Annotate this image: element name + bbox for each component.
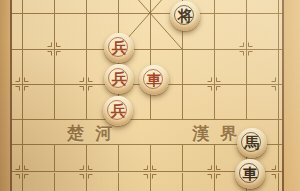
piece-black-general[interactable]: 将 xyxy=(170,1,200,31)
piece-glyph-red-soldier-3: 兵 xyxy=(103,96,133,126)
board-cell[interactable] xyxy=(214,49,246,84)
board-cell[interactable] xyxy=(11,84,22,119)
board-cell[interactable] xyxy=(54,13,86,49)
piece-red-soldier-2[interactable]: 兵 xyxy=(104,64,134,94)
board-cell[interactable] xyxy=(11,144,22,172)
board-cell[interactable] xyxy=(278,84,283,119)
board-cell[interactable] xyxy=(22,13,54,49)
board-cell[interactable] xyxy=(278,13,283,49)
board-cell[interactable] xyxy=(86,144,118,172)
piece-glyph-black-chariot: 車 xyxy=(235,159,265,189)
board-cell[interactable] xyxy=(11,13,22,49)
piece-glyph-red-soldier-1: 兵 xyxy=(104,33,134,63)
xiangqi-board: 楚河 漢界 将兵兵車兵馬車 xyxy=(0,0,300,191)
board-cell[interactable] xyxy=(278,144,283,172)
board-cell[interactable] xyxy=(118,144,150,172)
piece-glyph-red-chariot: 車 xyxy=(139,65,169,95)
board-cell[interactable] xyxy=(182,84,214,119)
board-cell[interactable] xyxy=(54,144,86,172)
board-cell[interactable] xyxy=(11,119,22,144)
board-cell[interactable] xyxy=(150,144,182,172)
piece-black-horse[interactable]: 馬 xyxy=(237,128,267,158)
board-margin-right xyxy=(284,0,300,191)
board-cell[interactable] xyxy=(278,119,283,144)
piece-glyph-black-horse: 馬 xyxy=(237,128,267,158)
board-cell[interactable] xyxy=(150,119,182,144)
piece-glyph-black-general: 将 xyxy=(170,1,200,31)
board-cell[interactable] xyxy=(22,144,54,172)
board-cell[interactable] xyxy=(22,49,54,84)
board-cell[interactable] xyxy=(182,144,214,172)
board-cell[interactable] xyxy=(182,49,214,84)
piece-red-soldier-1[interactable]: 兵 xyxy=(104,33,134,63)
board-cell[interactable] xyxy=(214,84,246,119)
piece-red-chariot[interactable]: 車 xyxy=(139,65,169,95)
board-cell[interactable] xyxy=(22,119,54,144)
board-margin-left xyxy=(0,0,10,191)
board-cell[interactable] xyxy=(278,49,283,84)
board-cell[interactable] xyxy=(11,49,22,84)
board-cell[interactable] xyxy=(22,84,54,119)
file-lines-top xyxy=(22,0,279,13)
board-cell[interactable] xyxy=(54,49,86,84)
piece-glyph-red-soldier-2: 兵 xyxy=(104,64,134,94)
board-cell[interactable] xyxy=(246,84,278,119)
board-cell[interactable] xyxy=(54,84,86,119)
piece-red-soldier-3[interactable]: 兵 xyxy=(103,96,133,126)
piece-black-chariot[interactable]: 車 xyxy=(235,159,265,189)
board-cell[interactable] xyxy=(214,13,246,49)
board-cell[interactable] xyxy=(246,13,278,49)
board-cell[interactable] xyxy=(246,49,278,84)
